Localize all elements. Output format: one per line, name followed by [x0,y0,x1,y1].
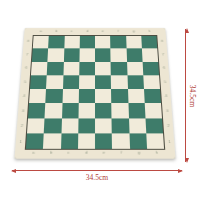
square-h2 [145,118,163,133]
square-h3 [144,103,161,118]
rank-label: 8 [159,35,166,48]
square-c3 [62,103,79,118]
square-a8 [33,36,49,49]
rank-label: 3 [164,104,171,119]
square-e5 [95,75,111,89]
square-b8 [48,36,64,49]
square-c1 [60,133,78,149]
square-b4 [46,89,63,103]
chess-board-mat: abcdefgh abcdefgh 87654321 87654321 [15,28,176,159]
file-label: b [42,151,60,157]
square-g1 [129,133,147,149]
square-a2 [27,118,45,133]
square-b1 [43,133,61,149]
arrow-down-icon [185,158,189,163]
square-f8 [110,36,126,49]
square-c6 [63,62,79,75]
square-d1 [78,133,95,149]
rank-label: 3 [19,104,26,119]
rank-label: 6 [23,61,30,75]
square-e8 [95,36,111,49]
rank-label: 5 [22,75,29,89]
square-e2 [95,118,112,133]
file-label: d [79,30,95,35]
square-c4 [62,89,79,103]
arrow-right-icon [178,169,183,173]
file-label: c [60,151,78,157]
product-image: abcdefgh abcdefgh 87654321 87654321 34.5… [0,0,200,200]
square-d3 [78,103,95,118]
square-c8 [64,36,80,49]
board-grid [26,36,164,149]
file-label: a [24,151,42,157]
square-b7 [48,49,64,62]
square-d8 [79,36,95,49]
square-h1 [146,133,164,149]
file-label: d [77,151,95,157]
square-f5 [111,75,127,89]
arrow-left-icon [11,169,16,173]
square-a5 [30,75,47,89]
height-dimension-label: 34.5cm [188,84,197,106]
square-b3 [45,103,62,118]
square-c7 [63,49,79,62]
board-playing-area [25,35,165,150]
square-h4 [144,89,161,103]
square-d6 [79,62,95,75]
square-d7 [79,49,95,62]
square-f7 [111,49,127,62]
square-g2 [128,118,146,133]
file-label: c [64,30,80,35]
square-b5 [46,75,63,89]
file-label: e [95,30,111,35]
square-g5 [127,75,144,89]
square-h5 [143,75,160,89]
square-a1 [26,133,44,149]
square-h7 [142,49,158,62]
square-d5 [79,75,95,89]
rank-label: 1 [166,134,174,150]
rank-label: 8 [25,35,32,48]
dimension-line-vertical [185,29,186,162]
file-labels-bottom: abcdefgh [24,151,165,157]
square-d2 [78,118,95,133]
square-c2 [61,118,78,133]
file-label: g [130,151,148,157]
square-e3 [95,103,112,118]
square-g8 [126,36,142,49]
rank-label: 7 [24,48,31,61]
width-dimension-label: 34.5cm [86,173,108,182]
square-c5 [63,75,79,89]
rank-label: 6 [161,61,168,75]
square-d4 [79,89,95,103]
file-label: b [48,30,64,35]
square-a4 [29,89,46,103]
square-h8 [141,36,157,49]
file-label: f [113,151,131,157]
square-e7 [95,49,111,62]
height-dimension-arrow: 34.5cm [183,29,195,162]
square-f1 [112,133,130,149]
file-label: f [110,30,126,35]
width-dimension-arrow: 34.5cm [12,169,182,181]
square-f3 [111,103,128,118]
arrow-up-icon [185,28,189,33]
square-e4 [95,89,111,103]
rank-label: 2 [18,118,25,133]
square-f2 [112,118,129,133]
file-label: h [141,30,157,35]
square-b2 [44,118,62,133]
square-f4 [111,89,128,103]
square-g4 [128,89,145,103]
rank-label: 7 [160,48,167,61]
square-e1 [95,133,112,149]
rank-label: 4 [20,89,27,104]
file-label: h [148,151,166,157]
square-f6 [111,62,127,75]
chess-board: abcdefgh abcdefgh 87654321 87654321 [15,28,176,159]
file-label: a [33,30,49,35]
rank-label: 2 [165,118,172,133]
square-a3 [28,103,45,118]
square-g3 [128,103,145,118]
square-g6 [127,62,143,75]
file-label: e [95,151,113,157]
square-a7 [32,49,48,62]
file-labels-top: abcdefgh [33,30,157,35]
file-label: g [126,30,142,35]
rank-label: 1 [17,134,25,150]
dimension-line-horizontal [12,170,182,171]
square-g7 [126,49,142,62]
square-a6 [31,62,48,75]
square-h6 [142,62,159,75]
square-e6 [95,62,111,75]
rank-label: 5 [162,75,169,89]
rank-label: 4 [163,89,170,104]
square-b6 [47,62,63,75]
